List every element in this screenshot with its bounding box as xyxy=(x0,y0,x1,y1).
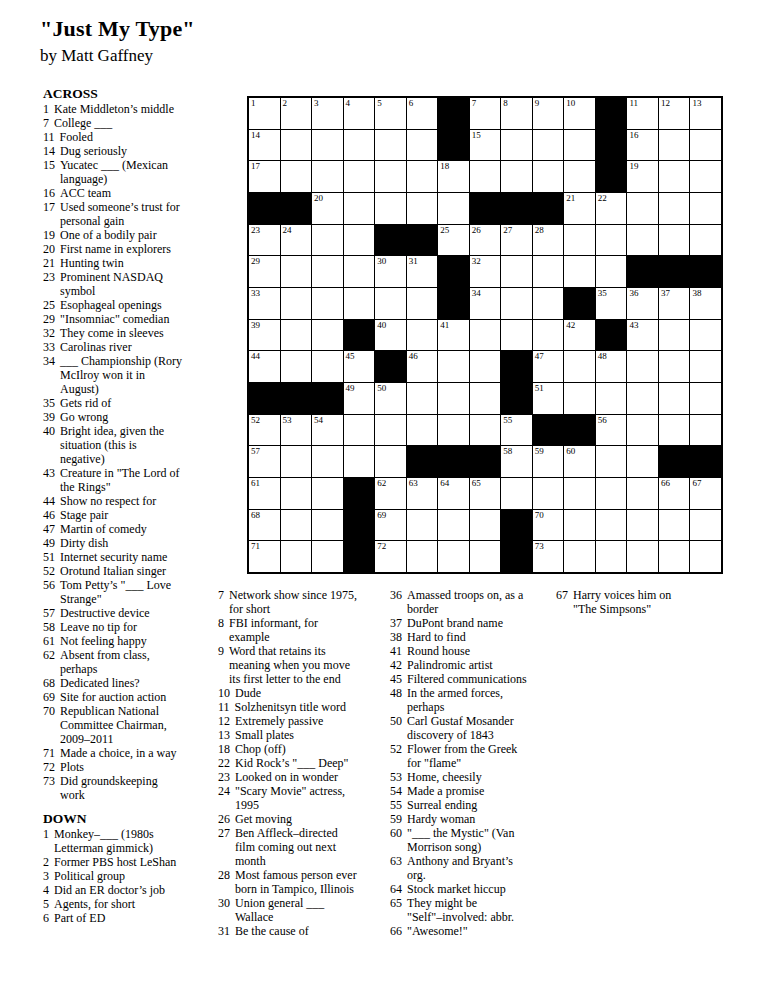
grid-cell-black xyxy=(438,256,469,287)
grid-cell[interactable] xyxy=(438,351,469,382)
grid-cell[interactable]: 41 xyxy=(438,320,469,351)
grid-cell-black xyxy=(501,383,532,414)
clue-text: Flower from the Greek for "flame" xyxy=(407,742,562,770)
clue-number: 36 xyxy=(390,588,402,616)
grid-cell[interactable] xyxy=(407,510,438,541)
grid-cell[interactable]: 12 xyxy=(659,98,690,129)
grid-cell[interactable] xyxy=(501,256,532,287)
grid-cell[interactable]: 54 xyxy=(312,415,343,446)
grid-cell[interactable] xyxy=(564,225,595,256)
cell-number: 39 xyxy=(251,320,260,330)
clue-number: 60 xyxy=(390,826,402,854)
clue-text: Small plates xyxy=(235,728,390,742)
clue-number: 41 xyxy=(390,644,402,658)
grid-cell[interactable] xyxy=(533,478,564,509)
clue-text: Show no respect for xyxy=(60,494,238,508)
clue-text: Made a choice, in a way xyxy=(60,746,238,760)
cell-number: 45 xyxy=(346,351,355,361)
grid-cell[interactable]: 69 xyxy=(375,510,406,541)
clue-item: 32They come in sleeves xyxy=(43,326,238,340)
grid-cell[interactable]: 38 xyxy=(690,288,721,319)
clue-number: 28 xyxy=(218,868,230,896)
grid-cell[interactable]: 18 xyxy=(438,161,469,192)
grid-cell[interactable] xyxy=(407,288,438,319)
grid-cell[interactable]: 46 xyxy=(407,351,438,382)
clue-number: 31 xyxy=(218,924,230,938)
grid-cell[interactable]: 5 xyxy=(375,98,406,129)
grid-cell[interactable] xyxy=(312,130,343,161)
cell-number: 43 xyxy=(629,320,638,330)
clue-number: 11 xyxy=(218,700,230,714)
clue-text: Agents, for short xyxy=(54,897,238,911)
clue-number: 23 xyxy=(218,770,230,784)
clue-number: 48 xyxy=(390,686,402,714)
clue-item: 41Round house xyxy=(390,644,562,658)
grid-cell[interactable]: 33 xyxy=(249,288,280,319)
grid-cell[interactable] xyxy=(312,446,343,477)
grid-cell[interactable]: 48 xyxy=(596,351,627,382)
clue-number: 71 xyxy=(43,746,55,760)
clue-item: 21Hunting twin xyxy=(43,256,238,270)
grid-cell[interactable]: 43 xyxy=(627,320,658,351)
clue-text: Made a promise xyxy=(407,784,562,798)
grid-cell[interactable] xyxy=(659,415,690,446)
grid-cell[interactable]: 72 xyxy=(375,541,406,572)
grid-cell[interactable]: 20 xyxy=(312,193,343,224)
grid-cell-black xyxy=(690,446,721,477)
grid-cell[interactable] xyxy=(690,383,721,414)
grid-cell[interactable] xyxy=(627,193,658,224)
clue-item: 67Harry voices him on "The Simpsons" xyxy=(556,588,724,616)
grid-cell-black xyxy=(501,193,532,224)
grid-cell[interactable] xyxy=(690,541,721,572)
grid-cell[interactable]: 56 xyxy=(596,415,627,446)
grid-cell[interactable] xyxy=(501,320,532,351)
grid-cell[interactable] xyxy=(533,130,564,161)
grid-cell[interactable] xyxy=(344,161,375,192)
grid-cell[interactable] xyxy=(659,320,690,351)
grid-cell[interactable] xyxy=(312,478,343,509)
clue-text: Dirty dish xyxy=(60,536,238,550)
grid-cell[interactable] xyxy=(627,383,658,414)
grid-cell[interactable] xyxy=(659,130,690,161)
grid-cell[interactable] xyxy=(627,478,658,509)
grid-cell[interactable]: 28 xyxy=(533,225,564,256)
clue-number: 11 xyxy=(43,130,55,144)
cell-number: 62 xyxy=(377,478,386,488)
grid-cell[interactable]: 10 xyxy=(564,98,595,129)
clue-text: Round house xyxy=(407,644,562,658)
grid-cell[interactable] xyxy=(627,351,658,382)
grid-cell[interactable] xyxy=(564,351,595,382)
clue-number: 23 xyxy=(43,270,55,298)
grid-cell[interactable] xyxy=(690,193,721,224)
clue-item: 55Surreal ending xyxy=(390,798,562,812)
clue-text: Orotund Italian singer xyxy=(60,564,238,578)
grid-cell-black xyxy=(470,193,501,224)
grid-cell[interactable] xyxy=(438,541,469,572)
grid-cell[interactable] xyxy=(596,510,627,541)
grid-cell[interactable] xyxy=(281,351,312,382)
grid-cell[interactable] xyxy=(627,415,658,446)
grid-cell[interactable] xyxy=(596,383,627,414)
cell-number: 59 xyxy=(535,446,544,456)
grid-cell[interactable]: 9 xyxy=(533,98,564,129)
grid-cell[interactable] xyxy=(533,256,564,287)
grid-cell[interactable]: 59 xyxy=(533,446,564,477)
grid-cell[interactable]: 57 xyxy=(249,446,280,477)
grid-cell[interactable]: 44 xyxy=(249,351,280,382)
clue-text: One of a bodily pair xyxy=(60,228,238,242)
grid-cell[interactable]: 52 xyxy=(249,415,280,446)
grid-cell[interactable] xyxy=(690,225,721,256)
grid-cell[interactable] xyxy=(407,541,438,572)
clue-text: Did an ER doctor’s job xyxy=(54,883,238,897)
grid-cell[interactable] xyxy=(438,193,469,224)
grid-cell[interactable] xyxy=(375,415,406,446)
down-clues-column-3: 36Amassed troops on, as a border37DuPont… xyxy=(390,588,562,938)
cell-number: 42 xyxy=(566,320,575,330)
clue-number: 7 xyxy=(218,588,224,616)
grid-cell[interactable] xyxy=(344,415,375,446)
grid-cell[interactable]: 36 xyxy=(627,288,658,319)
cell-number: 17 xyxy=(251,161,260,171)
grid-cell[interactable] xyxy=(659,510,690,541)
grid-cell[interactable] xyxy=(312,320,343,351)
grid-cell[interactable] xyxy=(564,510,595,541)
clue-text: Anthony and Bryant’s org. xyxy=(407,854,562,882)
grid-cell[interactable] xyxy=(596,225,627,256)
cell-number: 54 xyxy=(314,415,323,425)
grid-cell[interactable]: 21 xyxy=(564,193,595,224)
clue-number: 44 xyxy=(43,494,55,508)
grid-cell[interactable] xyxy=(659,541,690,572)
grid-cell[interactable] xyxy=(407,130,438,161)
grid-cell[interactable]: 32 xyxy=(470,256,501,287)
grid-cell[interactable]: 27 xyxy=(501,225,532,256)
grid-cell[interactable] xyxy=(501,478,532,509)
grid-cell[interactable]: 13 xyxy=(690,98,721,129)
grid-cell[interactable]: 51 xyxy=(533,383,564,414)
grid-cell[interactable] xyxy=(690,415,721,446)
grid-cell-black xyxy=(344,478,375,509)
grid-cell[interactable]: 15 xyxy=(470,130,501,161)
grid-cell[interactable] xyxy=(659,383,690,414)
grid-cell[interactable] xyxy=(533,320,564,351)
grid-cell[interactable]: 3 xyxy=(312,98,343,129)
grid-cell[interactable]: 25 xyxy=(438,225,469,256)
grid-cell[interactable] xyxy=(281,256,312,287)
grid-cell[interactable]: 66 xyxy=(659,478,690,509)
clue-text: Plots xyxy=(60,760,238,774)
grid-cell[interactable]: 8 xyxy=(501,98,532,129)
grid-cell-black xyxy=(344,541,375,572)
grid-cell[interactable] xyxy=(596,541,627,572)
grid-cell[interactable] xyxy=(659,351,690,382)
clue-item: 22Kid Rock’s "___ Deep" xyxy=(218,756,390,770)
grid-cell[interactable]: 23 xyxy=(249,225,280,256)
grid-cell[interactable] xyxy=(690,351,721,382)
grid-cell[interactable] xyxy=(659,225,690,256)
clue-number: 73 xyxy=(43,774,55,802)
grid-cell[interactable]: 45 xyxy=(344,351,375,382)
grid-cell[interactable] xyxy=(344,256,375,287)
cell-number: 6 xyxy=(409,98,414,108)
grid-cell-black xyxy=(375,351,406,382)
clue-text: Stock market hiccup xyxy=(407,882,562,896)
grid-cell[interactable]: 47 xyxy=(533,351,564,382)
clue-number: 25 xyxy=(43,298,55,312)
grid-cell[interactable] xyxy=(312,351,343,382)
clue-item: 29"Insomniac" comedian xyxy=(43,312,238,326)
grid-cell[interactable] xyxy=(375,161,406,192)
clue-item: 57Destructive device xyxy=(43,606,238,620)
grid-cell[interactable]: 40 xyxy=(375,320,406,351)
cell-number: 64 xyxy=(440,478,449,488)
grid-cell-black xyxy=(596,98,627,129)
grid-cell-black xyxy=(659,446,690,477)
clue-number: 62 xyxy=(43,648,55,676)
clue-item: 1Kate Middleton’s middle xyxy=(43,102,238,116)
grid-cell[interactable] xyxy=(407,161,438,192)
clue-text: "Insomniac" comedian xyxy=(60,312,238,326)
grid-cell[interactable]: 19 xyxy=(627,161,658,192)
clue-text: "Awesome!" xyxy=(407,924,562,938)
grid-cell[interactable] xyxy=(281,288,312,319)
grid-cell[interactable] xyxy=(470,541,501,572)
cell-number: 26 xyxy=(472,225,481,235)
grid-cell[interactable]: 34 xyxy=(470,288,501,319)
grid-cell[interactable] xyxy=(375,446,406,477)
grid-cell[interactable]: 16 xyxy=(627,130,658,161)
clue-item: 26Get moving xyxy=(218,812,390,826)
grid-cell[interactable]: 24 xyxy=(281,225,312,256)
grid-cell[interactable]: 35 xyxy=(596,288,627,319)
clue-item: 63Anthony and Bryant’s org. xyxy=(390,854,562,882)
clue-item: 40Bright idea, given the situation (this… xyxy=(43,424,238,466)
grid-cell[interactable] xyxy=(281,130,312,161)
grid-cell[interactable] xyxy=(564,383,595,414)
cell-number: 8 xyxy=(503,98,508,108)
grid-cell[interactable]: 73 xyxy=(533,541,564,572)
clue-item: 20First name in explorers xyxy=(43,242,238,256)
grid-cell[interactable] xyxy=(470,415,501,446)
grid-cell[interactable]: 39 xyxy=(249,320,280,351)
clue-item: 37DuPont brand name xyxy=(390,616,562,630)
grid-cell[interactable]: 2 xyxy=(281,98,312,129)
grid-cell[interactable] xyxy=(501,130,532,161)
cell-number: 70 xyxy=(535,510,544,520)
grid-cell[interactable]: 71 xyxy=(249,541,280,572)
clue-item: 52Orotund Italian singer xyxy=(43,564,238,578)
grid-cell[interactable] xyxy=(281,478,312,509)
clue-number: 9 xyxy=(218,644,224,686)
grid-cell[interactable] xyxy=(344,225,375,256)
grid-cell[interactable]: 55 xyxy=(501,415,532,446)
grid-cell[interactable]: 11 xyxy=(627,98,658,129)
grid-cell[interactable]: 50 xyxy=(375,383,406,414)
clue-item: 59Hardy woman xyxy=(390,812,562,826)
grid-cell[interactable] xyxy=(690,320,721,351)
clue-item: 33Carolinas river xyxy=(43,340,238,354)
clue-text: Looked on in wonder xyxy=(235,770,390,784)
grid-cell[interactable] xyxy=(281,446,312,477)
grid-cell[interactable] xyxy=(470,320,501,351)
grid-cell[interactable] xyxy=(690,510,721,541)
grid-cell[interactable] xyxy=(659,161,690,192)
grid-cell[interactable]: 1 xyxy=(249,98,280,129)
clue-text: Not feeling happy xyxy=(60,634,238,648)
grid-cell[interactable]: 62 xyxy=(375,478,406,509)
grid-cell[interactable]: 61 xyxy=(249,478,280,509)
grid-cell[interactable] xyxy=(281,320,312,351)
grid-cell[interactable] xyxy=(659,193,690,224)
grid-cell[interactable]: 49 xyxy=(344,383,375,414)
clue-number: 50 xyxy=(390,714,402,742)
grid-cell[interactable]: 65 xyxy=(470,478,501,509)
grid-cell[interactable]: 14 xyxy=(249,130,280,161)
grid-cell[interactable] xyxy=(344,288,375,319)
cell-number: 7 xyxy=(472,98,477,108)
down-section: DOWN 1Monkey–___ (1980s Letterman gimmic… xyxy=(43,811,238,925)
grid-cell[interactable] xyxy=(312,256,343,287)
grid-cell[interactable] xyxy=(438,415,469,446)
clue-number: 47 xyxy=(43,522,55,536)
clue-item: 46Stage pair xyxy=(43,508,238,522)
clue-number: 12 xyxy=(218,714,230,728)
grid-cell[interactable] xyxy=(344,446,375,477)
grid-cell[interactable] xyxy=(312,225,343,256)
grid-cell[interactable]: 7 xyxy=(470,98,501,129)
grid-cell[interactable] xyxy=(344,193,375,224)
grid-cell[interactable] xyxy=(564,256,595,287)
clue-text: Kid Rock’s "___ Deep" xyxy=(235,756,390,770)
grid-cell[interactable] xyxy=(312,161,343,192)
grid-cell[interactable] xyxy=(281,510,312,541)
grid-cell[interactable]: 63 xyxy=(407,478,438,509)
grid-cell[interactable] xyxy=(438,383,469,414)
grid-cell-black xyxy=(596,320,627,351)
grid-cell[interactable]: 53 xyxy=(281,415,312,446)
clue-item: 36Amassed troops on, as a border xyxy=(390,588,562,616)
grid-cell[interactable] xyxy=(627,541,658,572)
grid-cell[interactable]: 29 xyxy=(249,256,280,287)
clue-text: They come in sleeves xyxy=(60,326,238,340)
grid-cell[interactable]: 6 xyxy=(407,98,438,129)
grid-cell[interactable] xyxy=(627,225,658,256)
clue-text: They might be "Self"–involved: abbr. xyxy=(407,896,562,924)
grid-cell[interactable]: 31 xyxy=(407,256,438,287)
down-heading: DOWN xyxy=(43,811,238,827)
grid-cell[interactable]: 68 xyxy=(249,510,280,541)
grid-cell[interactable]: 70 xyxy=(533,510,564,541)
grid-cell[interactable]: 42 xyxy=(564,320,595,351)
grid-cell[interactable]: 37 xyxy=(659,288,690,319)
grid-cell[interactable]: 17 xyxy=(249,161,280,192)
cell-number: 15 xyxy=(472,130,481,140)
grid-cell[interactable] xyxy=(438,510,469,541)
grid-cell[interactable] xyxy=(407,415,438,446)
grid-cell[interactable] xyxy=(407,320,438,351)
clue-number: 53 xyxy=(390,770,402,784)
clue-number: 45 xyxy=(390,672,402,686)
grid-cell[interactable] xyxy=(627,510,658,541)
grid-cell-black xyxy=(407,225,438,256)
grid-cell[interactable] xyxy=(690,130,721,161)
grid-cell[interactable] xyxy=(596,478,627,509)
clue-number: 51 xyxy=(43,550,55,564)
clue-text: Leave no tip for xyxy=(60,620,238,634)
cell-number: 55 xyxy=(503,415,512,425)
clue-number: 35 xyxy=(43,396,55,410)
grid-cell[interactable] xyxy=(501,161,532,192)
grid-cell-black xyxy=(281,383,312,414)
grid-cell[interactable] xyxy=(564,541,595,572)
grid-cell[interactable] xyxy=(375,288,406,319)
grid-cell[interactable] xyxy=(407,193,438,224)
grid-cell[interactable]: 58 xyxy=(501,446,532,477)
grid-cell[interactable] xyxy=(344,130,375,161)
clue-item: 19One of a bodily pair xyxy=(43,228,238,242)
grid-cell[interactable] xyxy=(312,288,343,319)
grid-cell[interactable] xyxy=(312,541,343,572)
clue-item: 4Did an ER doctor’s job xyxy=(43,883,238,897)
grid-cell[interactable]: 64 xyxy=(438,478,469,509)
grid-cell[interactable] xyxy=(596,256,627,287)
grid-cell[interactable]: 30 xyxy=(375,256,406,287)
grid-cell[interactable]: 60 xyxy=(564,446,595,477)
grid-cell[interactable]: 26 xyxy=(470,225,501,256)
grid-cell[interactable] xyxy=(564,161,595,192)
grid-cell[interactable] xyxy=(564,130,595,161)
clue-number: 2 xyxy=(43,855,49,869)
grid-cell-black xyxy=(438,446,469,477)
clue-item: 34___ Championship (Rory McIlroy won it … xyxy=(43,354,238,396)
grid-cell[interactable] xyxy=(281,161,312,192)
grid-cell[interactable] xyxy=(312,510,343,541)
cell-number: 31 xyxy=(409,256,418,266)
clue-item: 16ACC team xyxy=(43,186,238,200)
clue-item: 54Made a promise xyxy=(390,784,562,798)
cell-number: 22 xyxy=(598,193,607,203)
clue-number: 7 xyxy=(43,116,49,130)
grid-cell[interactable] xyxy=(470,351,501,382)
cell-number: 53 xyxy=(283,415,292,425)
grid-cell[interactable] xyxy=(470,510,501,541)
grid-cell[interactable] xyxy=(375,193,406,224)
clue-item: 7Network show since 1975, for short xyxy=(218,588,390,616)
grid-cell[interactable] xyxy=(407,383,438,414)
grid-cell[interactable] xyxy=(564,478,595,509)
grid-cell[interactable] xyxy=(375,130,406,161)
grid-cell[interactable] xyxy=(690,161,721,192)
grid-cell[interactable] xyxy=(627,446,658,477)
grid-cell[interactable] xyxy=(501,288,532,319)
grid-cell-black xyxy=(344,510,375,541)
grid-cell[interactable]: 22 xyxy=(596,193,627,224)
clue-number: 40 xyxy=(43,424,55,466)
grid-cell[interactable] xyxy=(533,161,564,192)
grid-cell[interactable] xyxy=(281,541,312,572)
grid-cell[interactable]: 67 xyxy=(690,478,721,509)
grid-cell[interactable] xyxy=(596,446,627,477)
clue-item: 1Monkey–___ (1980s Letterman gimmick) xyxy=(43,827,238,855)
grid-cell[interactable] xyxy=(470,383,501,414)
grid-cell[interactable] xyxy=(533,288,564,319)
grid-cell[interactable] xyxy=(470,161,501,192)
grid-cell[interactable]: 4 xyxy=(344,98,375,129)
clue-item: 24"Scary Movie" actress, 1995 xyxy=(218,784,390,812)
